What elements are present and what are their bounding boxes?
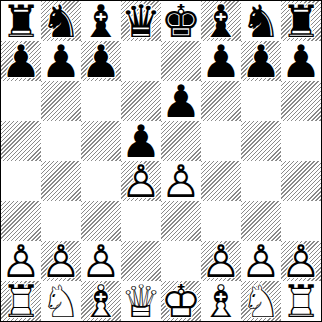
square-a1[interactable]: ♜♖ [1,281,41,321]
piece-white-bishop: ♗ [201,281,241,321]
square-a3[interactable] [1,201,41,241]
piece-white-pawn: ♙ [161,161,201,201]
square-e2[interactable] [161,241,201,281]
piece-black-pawn: ♟ [161,81,201,121]
piece-white-pawn: ♙ [201,241,241,281]
piece-white-pawn: ♙ [281,241,321,281]
square-d2[interactable] [121,241,161,281]
chess-board: ♜♜♞♞♝♝♛♛♚♚♝♝♞♞♜♜♟♟♟♟♟♟♟♟♟♟♟♟♟♟♟♟♟♙♟♙♟♙♟♙… [0,0,322,322]
square-d4[interactable]: ♟♙ [121,161,161,201]
square-a6[interactable] [1,81,41,121]
piece-halo: ♟ [41,241,81,281]
piece-halo: ♟ [1,241,41,281]
piece-halo: ♟ [241,41,281,81]
piece-halo: ♚ [161,1,201,41]
square-e8[interactable]: ♚♚ [161,1,201,41]
square-d6[interactable] [121,81,161,121]
piece-halo: ♟ [41,41,81,81]
square-e1[interactable]: ♚♔ [161,281,201,321]
square-h7[interactable]: ♟♟ [281,41,321,81]
square-b2[interactable]: ♟♙ [41,241,81,281]
piece-white-bishop: ♗ [81,281,121,321]
square-c3[interactable] [81,201,121,241]
square-c1[interactable]: ♝♗ [81,281,121,321]
square-b3[interactable] [41,201,81,241]
square-h2[interactable]: ♟♙ [281,241,321,281]
square-e3[interactable] [161,201,201,241]
square-h5[interactable] [281,121,321,161]
square-d7[interactable] [121,41,161,81]
piece-black-rook: ♜ [281,1,321,41]
square-c5[interactable] [81,121,121,161]
piece-black-pawn: ♟ [41,41,81,81]
square-h3[interactable] [281,201,321,241]
piece-halo: ♟ [161,81,201,121]
piece-white-pawn: ♙ [81,241,121,281]
square-g5[interactable] [241,121,281,161]
square-f3[interactable] [201,201,241,241]
piece-black-pawn: ♟ [241,41,281,81]
square-f7[interactable]: ♟♟ [201,41,241,81]
piece-black-bishop: ♝ [81,1,121,41]
piece-black-king: ♚ [161,1,201,41]
square-h6[interactable] [281,81,321,121]
piece-black-bishop: ♝ [201,1,241,41]
piece-black-pawn: ♟ [81,41,121,81]
piece-white-knight: ♘ [241,281,281,321]
piece-halo: ♜ [281,281,321,321]
piece-halo: ♝ [201,1,241,41]
square-e5[interactable] [161,121,201,161]
square-d3[interactable] [121,201,161,241]
square-g3[interactable] [241,201,281,241]
piece-white-queen: ♕ [121,281,161,321]
square-g7[interactable]: ♟♟ [241,41,281,81]
piece-white-king: ♔ [161,281,201,321]
page: ♜♜♞♞♝♝♛♛♚♚♝♝♞♞♜♜♟♟♟♟♟♟♟♟♟♟♟♟♟♟♟♟♟♙♟♙♟♙♟♙… [0,0,322,322]
square-d5[interactable]: ♟♟ [121,121,161,161]
square-c6[interactable] [81,81,121,121]
square-c4[interactable] [81,161,121,201]
square-f5[interactable] [201,121,241,161]
piece-halo: ♛ [121,281,161,321]
piece-halo: ♟ [121,121,161,161]
piece-halo: ♞ [41,1,81,41]
square-b4[interactable] [41,161,81,201]
square-d8[interactable]: ♛♛ [121,1,161,41]
piece-halo: ♟ [281,241,321,281]
piece-white-knight: ♘ [41,281,81,321]
piece-white-pawn: ♙ [241,241,281,281]
piece-halo: ♝ [81,1,121,41]
square-h1[interactable]: ♜♖ [281,281,321,321]
square-b6[interactable] [41,81,81,121]
square-g8[interactable]: ♞♞ [241,1,281,41]
piece-white-rook: ♖ [281,281,321,321]
square-f8[interactable]: ♝♝ [201,1,241,41]
piece-black-knight: ♞ [241,1,281,41]
piece-halo: ♞ [241,1,281,41]
square-e6[interactable]: ♟♟ [161,81,201,121]
square-g2[interactable]: ♟♙ [241,241,281,281]
square-g6[interactable] [241,81,281,121]
piece-halo: ♟ [81,241,121,281]
square-c8[interactable]: ♝♝ [81,1,121,41]
square-b7[interactable]: ♟♟ [41,41,81,81]
piece-halo: ♟ [121,161,161,201]
piece-halo: ♛ [121,1,161,41]
square-e4[interactable]: ♟♙ [161,161,201,201]
square-g4[interactable] [241,161,281,201]
square-a7[interactable]: ♟♟ [1,41,41,81]
square-b1[interactable]: ♞♘ [41,281,81,321]
square-e7[interactable] [161,41,201,81]
square-b5[interactable] [41,121,81,161]
piece-black-pawn: ♟ [201,41,241,81]
square-a5[interactable] [1,121,41,161]
square-c7[interactable]: ♟♟ [81,41,121,81]
piece-black-pawn: ♟ [1,41,41,81]
square-f6[interactable] [201,81,241,121]
piece-halo: ♟ [201,41,241,81]
square-b8[interactable]: ♞♞ [41,1,81,41]
piece-halo: ♜ [1,281,41,321]
piece-white-pawn: ♙ [41,241,81,281]
piece-halo: ♝ [201,281,241,321]
square-f2[interactable]: ♟♙ [201,241,241,281]
piece-white-rook: ♖ [1,281,41,321]
piece-black-rook: ♜ [1,1,41,41]
piece-halo: ♟ [81,41,121,81]
square-f1[interactable]: ♝♗ [201,281,241,321]
square-g1[interactable]: ♞♘ [241,281,281,321]
piece-black-pawn: ♟ [281,41,321,81]
piece-halo: ♜ [1,1,41,41]
piece-halo: ♞ [41,281,81,321]
piece-black-queen: ♛ [121,1,161,41]
piece-halo: ♜ [281,1,321,41]
piece-halo: ♟ [281,41,321,81]
square-c2[interactable]: ♟♙ [81,241,121,281]
square-h8[interactable]: ♜♜ [281,1,321,41]
square-d1[interactable]: ♛♕ [121,281,161,321]
piece-halo: ♟ [201,241,241,281]
piece-white-pawn: ♙ [121,161,161,201]
piece-halo: ♚ [161,281,201,321]
piece-halo: ♝ [81,281,121,321]
square-a4[interactable] [1,161,41,201]
square-h4[interactable] [281,161,321,201]
piece-halo: ♟ [241,241,281,281]
piece-halo: ♟ [161,161,201,201]
piece-halo: ♟ [1,41,41,81]
piece-halo: ♞ [241,281,281,321]
piece-black-pawn: ♟ [121,121,161,161]
square-a8[interactable]: ♜♜ [1,1,41,41]
square-f4[interactable] [201,161,241,201]
square-a2[interactable]: ♟♙ [1,241,41,281]
piece-white-pawn: ♙ [1,241,41,281]
piece-black-knight: ♞ [41,1,81,41]
